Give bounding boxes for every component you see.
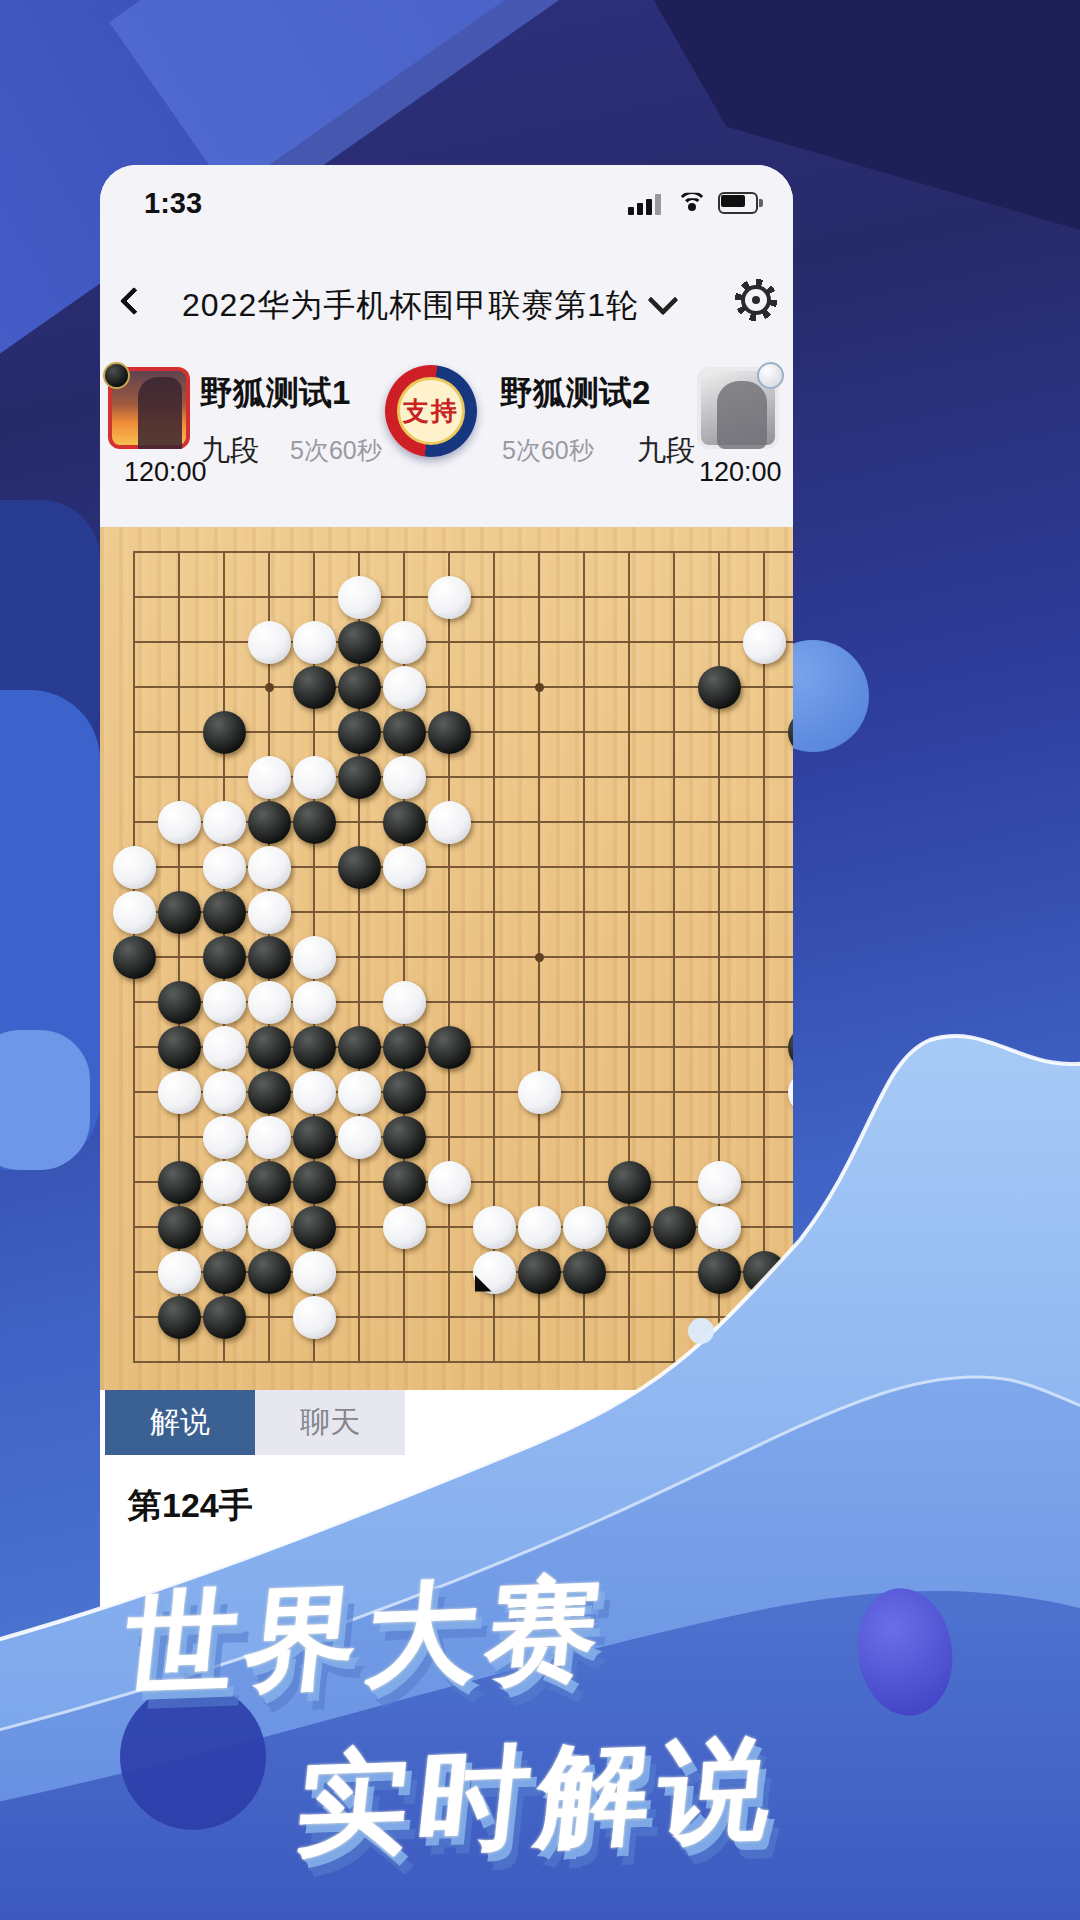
stone-black <box>158 1161 201 1204</box>
wifi-icon <box>677 191 707 215</box>
stone-black <box>293 1026 336 1069</box>
stone-white <box>563 1206 606 1249</box>
page-title: 2022华为手机杯围甲联赛第1轮 <box>182 284 639 328</box>
stone-white <box>428 576 471 619</box>
settings-gear-dot <box>752 296 760 304</box>
stone-black <box>383 1026 426 1069</box>
byoyomi-white: 5次60秒 <box>502 434 594 467</box>
stone-white <box>158 1251 201 1294</box>
move-number-label: 第124手 <box>128 1483 253 1529</box>
stone-black <box>248 1071 291 1114</box>
player-name-white: 野狐测试2 <box>500 371 650 416</box>
stone-white <box>248 981 291 1024</box>
stone-black <box>158 1206 201 1249</box>
stone-white <box>248 1116 291 1159</box>
stone-black <box>203 891 246 934</box>
stone-black <box>338 621 381 664</box>
player-rank-white: 九段 <box>637 431 695 471</box>
stone-black <box>203 711 246 754</box>
byoyomi-black: 5次60秒 <box>290 434 382 467</box>
stone-black <box>338 711 381 754</box>
stone-black <box>293 1206 336 1249</box>
clock-black: 120:00 <box>124 457 207 488</box>
stone-black <box>293 666 336 709</box>
stone-black <box>248 1251 291 1294</box>
stone-white <box>203 1116 246 1159</box>
decor-ellipse-purple <box>850 1582 961 1722</box>
stone-white <box>158 1071 201 1114</box>
stone-white <box>293 756 336 799</box>
decor-wave-dot <box>688 1318 714 1344</box>
black-stone-badge <box>103 362 130 389</box>
stone-black <box>158 1296 201 1339</box>
stone-black <box>248 801 291 844</box>
last-move-marker <box>475 1275 492 1292</box>
stone-white <box>293 1071 336 1114</box>
stone-black <box>338 666 381 709</box>
stone-white <box>383 756 426 799</box>
stone-black <box>248 936 291 979</box>
stone-white <box>338 576 381 619</box>
stone-black <box>383 1116 426 1159</box>
stone-white <box>158 801 201 844</box>
stone-white <box>293 621 336 664</box>
support-button-inner: 支持 <box>397 377 465 445</box>
stone-black <box>338 1026 381 1069</box>
stone-black <box>203 1296 246 1339</box>
stone-white <box>743 621 786 664</box>
signal-icon <box>628 193 666 215</box>
stone-black <box>653 1206 696 1249</box>
tab-chat[interactable]: 聊天 <box>255 1390 405 1455</box>
stone-white <box>293 1296 336 1339</box>
stone-black <box>608 1161 651 1204</box>
stone-black <box>158 1026 201 1069</box>
stone-white <box>518 1206 561 1249</box>
stone-black <box>158 981 201 1024</box>
stone-black <box>338 846 381 889</box>
stone-white <box>518 1071 561 1114</box>
battery-icon <box>718 192 764 214</box>
stone-black <box>338 756 381 799</box>
stone-white <box>383 621 426 664</box>
stone-white <box>203 981 246 1024</box>
stone-white <box>248 1206 291 1249</box>
stone-white <box>203 1026 246 1069</box>
star-point <box>535 953 544 962</box>
avatar-black-player[interactable] <box>108 367 190 449</box>
go-board[interactable] <box>100 527 793 1390</box>
stone-white <box>203 801 246 844</box>
stone-black <box>383 711 426 754</box>
stone-white <box>473 1251 516 1294</box>
stone-black <box>293 1116 336 1159</box>
stone-black <box>563 1251 606 1294</box>
status-bar: 1:33 <box>100 187 793 221</box>
stone-black <box>248 1026 291 1069</box>
avatar-white-player[interactable] <box>697 367 779 449</box>
stone-white <box>248 621 291 664</box>
stone-black <box>428 1026 471 1069</box>
stone-white <box>248 891 291 934</box>
stone-black <box>383 801 426 844</box>
stone-black <box>113 936 156 979</box>
stone-black <box>518 1251 561 1294</box>
stone-white <box>383 666 426 709</box>
tab-bar: 解说 聊天 <box>100 1390 793 1455</box>
stone-white <box>203 1161 246 1204</box>
stone-white <box>293 1251 336 1294</box>
stone-white <box>113 891 156 934</box>
promo-page: 1:33 2022华为手机杯围甲联赛第1轮 <box>0 0 1080 1920</box>
player-name-black: 野狐测试1 <box>200 371 350 416</box>
stone-white <box>113 846 156 889</box>
stone-black <box>608 1206 651 1249</box>
stone-black <box>248 1161 291 1204</box>
stone-white <box>293 981 336 1024</box>
stone-black <box>383 1071 426 1114</box>
nav-bar: 2022华为手机杯围甲联赛第1轮 <box>100 281 793 331</box>
clock-white: 120:00 <box>699 457 782 488</box>
back-icon[interactable] <box>120 287 148 315</box>
tab-commentary[interactable]: 解说 <box>105 1390 255 1455</box>
stone-black <box>698 1251 741 1294</box>
stone-black <box>293 1161 336 1204</box>
stone-white <box>338 1071 381 1114</box>
stone-black <box>203 1251 246 1294</box>
stone-white <box>698 1161 741 1204</box>
stone-white <box>293 936 336 979</box>
stone-white <box>248 846 291 889</box>
stone-white <box>338 1116 381 1159</box>
star-point <box>265 683 274 692</box>
avatar-photo <box>717 381 767 449</box>
stone-black <box>698 666 741 709</box>
phone-screenshot: 1:33 2022华为手机杯围甲联赛第1轮 <box>100 165 793 1640</box>
stone-black <box>158 891 201 934</box>
stone-white <box>248 756 291 799</box>
bg-left-shape-light <box>0 1030 90 1170</box>
stone-white <box>698 1206 741 1249</box>
white-stone-badge <box>757 362 784 389</box>
stone-white <box>383 846 426 889</box>
stone-white <box>203 1206 246 1249</box>
promo-headline-1: 世界大赛 <box>117 1554 615 1722</box>
stone-white <box>428 1161 471 1204</box>
stone-white <box>203 846 246 889</box>
stone-white <box>383 1206 426 1249</box>
player-info-row: 野狐测试1 九段 5次60秒 120:00 支持 野狐测试2 5次60秒 九段 … <box>100 361 793 527</box>
stone-black <box>428 711 471 754</box>
support-button[interactable]: 支持 <box>385 365 477 457</box>
stone-white <box>203 1071 246 1114</box>
stone-black <box>293 801 336 844</box>
stone-black <box>203 936 246 979</box>
promo-headline-2: 实时解说 <box>289 1714 787 1882</box>
chevron-down-icon[interactable] <box>647 284 678 315</box>
player-rank-black: 九段 <box>201 431 259 471</box>
stone-white <box>383 981 426 1024</box>
stone-white <box>428 801 471 844</box>
stone-white <box>473 1206 516 1249</box>
star-point <box>535 683 544 692</box>
app-bar: 1:33 2022华为手机杯围甲联赛第1轮 <box>100 165 793 527</box>
stone-black <box>383 1161 426 1204</box>
avatar-photo <box>138 377 182 449</box>
status-time: 1:33 <box>144 187 202 220</box>
support-label: 支持 <box>403 394 459 429</box>
stone-black <box>743 1251 786 1294</box>
